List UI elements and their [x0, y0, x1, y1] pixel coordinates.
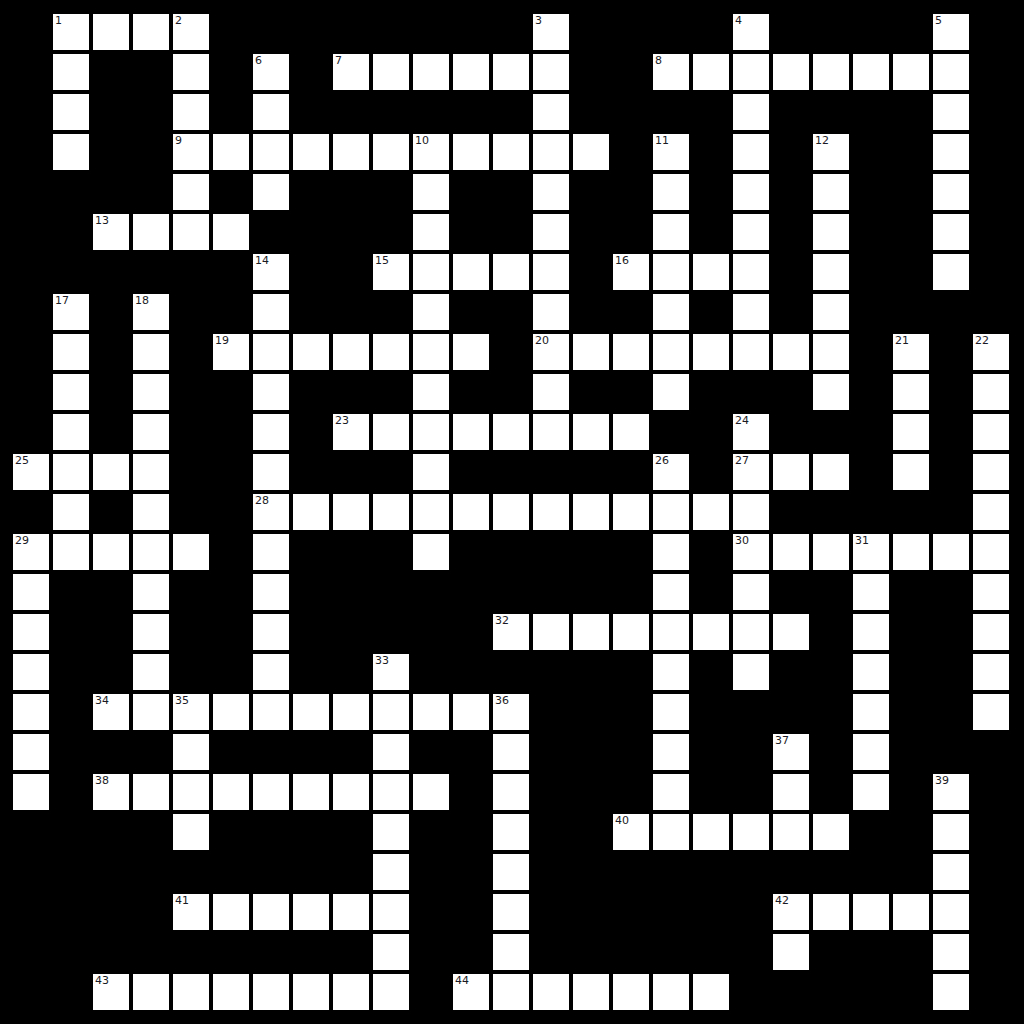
crossword-cell[interactable] — [131, 692, 171, 732]
crossword-cell[interactable] — [131, 972, 171, 1012]
crossword-cell[interactable] — [531, 292, 571, 332]
crossword-cell[interactable] — [51, 372, 91, 412]
crossword-cell[interactable] — [651, 292, 691, 332]
crossword-cell[interactable] — [451, 252, 491, 292]
crossword-cell[interactable] — [451, 412, 491, 452]
crossword-cell[interactable] — [491, 812, 531, 852]
crossword-cell[interactable] — [611, 412, 651, 452]
crossword-cell[interactable] — [411, 532, 451, 572]
crossword-cell[interactable] — [771, 612, 811, 652]
clue-number: 37 — [775, 734, 789, 747]
clue-number: 29 — [15, 534, 29, 547]
crossword-cell[interactable] — [451, 132, 491, 172]
crossword-cell[interactable] — [251, 92, 291, 132]
crossword-cell[interactable] — [411, 332, 451, 372]
crossword-cell[interactable] — [411, 252, 451, 292]
crossword-cell[interactable] — [691, 812, 731, 852]
crossword-cell[interactable] — [811, 292, 851, 332]
crossword-cell[interactable] — [931, 532, 971, 572]
clue-number: 38 — [95, 774, 109, 787]
crossword-cell[interactable]: 8 — [651, 52, 691, 92]
crossword-cell[interactable]: 9 — [171, 132, 211, 172]
crossword-cell[interactable] — [291, 892, 331, 932]
crossword-cell[interactable] — [371, 132, 411, 172]
crossword-cell[interactable] — [411, 412, 451, 452]
crossword-cell[interactable] — [811, 532, 851, 572]
crossword-cell[interactable] — [411, 492, 451, 532]
crossword-cell[interactable] — [131, 492, 171, 532]
crossword-cell[interactable] — [691, 52, 731, 92]
crossword-cell[interactable] — [931, 852, 971, 892]
crossword-cell[interactable] — [251, 612, 291, 652]
crossword-cell[interactable] — [691, 332, 731, 372]
crossword-cell[interactable] — [171, 212, 211, 252]
crossword-cell[interactable] — [971, 692, 1011, 732]
crossword-cell[interactable] — [211, 692, 251, 732]
crossword-cell[interactable]: 29 — [11, 532, 51, 572]
crossword-cell[interactable] — [931, 52, 971, 92]
crossword-cell[interactable]: 14 — [251, 252, 291, 292]
crossword-cell[interactable]: 28 — [251, 492, 291, 532]
crossword-cell[interactable] — [51, 452, 91, 492]
crossword-cell[interactable] — [531, 252, 571, 292]
crossword-cell[interactable] — [251, 892, 291, 932]
crossword-cell[interactable] — [851, 52, 891, 92]
crossword-cell[interactable]: 34 — [91, 692, 131, 732]
crossword-cell[interactable] — [131, 372, 171, 412]
crossword-cell[interactable] — [531, 172, 571, 212]
crossword-cell[interactable] — [891, 372, 931, 412]
crossword-cell[interactable] — [771, 532, 811, 572]
crossword-cell[interactable] — [851, 892, 891, 932]
crossword-cell[interactable] — [451, 692, 491, 732]
crossword-cell[interactable] — [531, 92, 571, 132]
crossword-cell[interactable]: 23 — [331, 412, 371, 452]
crossword-cell[interactable] — [51, 492, 91, 532]
crossword-cell[interactable] — [651, 212, 691, 252]
crossword-cell[interactable] — [971, 572, 1011, 612]
crossword-cell[interactable] — [291, 332, 331, 372]
crossword-cell[interactable] — [651, 492, 691, 532]
crossword-cell[interactable]: 35 — [171, 692, 211, 732]
crossword-cell[interactable] — [371, 412, 411, 452]
crossword-cell[interactable]: 33 — [371, 652, 411, 692]
crossword-cell[interactable] — [251, 372, 291, 412]
crossword-grid: 1234567891011121314151617181920212223242… — [11, 12, 1011, 1012]
crossword-cell[interactable] — [651, 252, 691, 292]
crossword-cell[interactable] — [531, 132, 571, 172]
crossword-cell[interactable] — [371, 812, 411, 852]
crossword-cell[interactable] — [811, 212, 851, 252]
clue-number: 11 — [655, 134, 669, 147]
crossword-cell[interactable] — [651, 612, 691, 652]
crossword-cell[interactable] — [371, 852, 411, 892]
crossword-cell[interactable] — [891, 412, 931, 452]
crossword-cell[interactable]: 43 — [91, 972, 131, 1012]
crossword-cell[interactable]: 3 — [531, 12, 571, 52]
crossword-cell[interactable] — [371, 492, 411, 532]
crossword-cell[interactable] — [531, 372, 571, 412]
crossword-cell[interactable] — [251, 452, 291, 492]
clue-number: 14 — [255, 254, 269, 267]
crossword-cell[interactable] — [731, 212, 771, 252]
crossword-cell[interactable] — [491, 732, 531, 772]
clue-number: 32 — [495, 614, 509, 627]
crossword-cell[interactable] — [811, 452, 851, 492]
crossword-cell[interactable] — [371, 972, 411, 1012]
crossword-cell[interactable] — [731, 92, 771, 132]
crossword-cell[interactable]: 22 — [971, 332, 1011, 372]
crossword-cell[interactable] — [411, 372, 451, 412]
crossword-cell[interactable] — [251, 652, 291, 692]
crossword-cell[interactable]: 39 — [931, 772, 971, 812]
crossword-cell[interactable] — [811, 372, 851, 412]
crossword-cell[interactable] — [371, 332, 411, 372]
crossword-cell[interactable] — [91, 532, 131, 572]
crossword-cell[interactable] — [971, 412, 1011, 452]
crossword-cell[interactable] — [851, 732, 891, 772]
crossword-cell[interactable] — [411, 172, 451, 212]
crossword-cell[interactable] — [891, 52, 931, 92]
crossword-cell[interactable] — [651, 812, 691, 852]
crossword-cell[interactable] — [371, 932, 411, 972]
crossword-cell[interactable] — [731, 812, 771, 852]
crossword-cell[interactable] — [731, 572, 771, 612]
crossword-cell[interactable] — [931, 892, 971, 932]
crossword-cell[interactable] — [291, 772, 331, 812]
crossword-cell[interactable] — [731, 52, 771, 92]
clue-number: 10 — [415, 134, 429, 147]
crossword-cell[interactable] — [971, 452, 1011, 492]
crossword-cell[interactable] — [491, 132, 531, 172]
crossword-cell[interactable] — [931, 932, 971, 972]
crossword-cell[interactable] — [891, 532, 931, 572]
crossword-cell[interactable] — [131, 532, 171, 572]
crossword-cell[interactable] — [251, 692, 291, 732]
crossword-cell[interactable] — [451, 52, 491, 92]
clue-number: 42 — [775, 894, 789, 907]
crossword-cell[interactable]: 30 — [731, 532, 771, 572]
crossword-cell[interactable]: 5 — [931, 12, 971, 52]
crossword-cell[interactable] — [491, 852, 531, 892]
crossword-cell[interactable] — [611, 972, 651, 1012]
crossword-cell[interactable] — [651, 692, 691, 732]
crossword-cell[interactable]: 2 — [171, 12, 211, 52]
crossword-cell[interactable] — [331, 332, 371, 372]
crossword-cell[interactable] — [411, 772, 451, 812]
crossword-cell[interactable] — [51, 532, 91, 572]
crossword-cell[interactable] — [971, 652, 1011, 692]
crossword-cell[interactable] — [771, 452, 811, 492]
crossword-cell[interactable] — [771, 932, 811, 972]
crossword-cell[interactable] — [491, 412, 531, 452]
crossword-cell[interactable] — [131, 452, 171, 492]
crossword-cell[interactable] — [171, 172, 211, 212]
crossword-cell[interactable]: 37 — [771, 732, 811, 772]
crossword-cell[interactable]: 44 — [451, 972, 491, 1012]
crossword-cell[interactable] — [771, 332, 811, 372]
crossword-cell[interactable] — [771, 52, 811, 92]
crossword-cell[interactable] — [571, 132, 611, 172]
crossword-cell[interactable] — [731, 332, 771, 372]
crossword-cell[interactable]: 15 — [371, 252, 411, 292]
crossword-cell[interactable] — [251, 772, 291, 812]
crossword-cell[interactable]: 31 — [851, 532, 891, 572]
crossword-cell[interactable] — [411, 692, 451, 732]
crossword-cell[interactable] — [851, 612, 891, 652]
crossword-cell[interactable] — [611, 332, 651, 372]
crossword-cell[interactable] — [851, 772, 891, 812]
crossword-cell[interactable]: 10 — [411, 132, 451, 172]
crossword-cell[interactable] — [131, 772, 171, 812]
crossword-cell[interactable] — [171, 532, 211, 572]
crossword-cell[interactable] — [971, 492, 1011, 532]
crossword-cell[interactable]: 26 — [651, 452, 691, 492]
clue-number: 24 — [735, 414, 749, 427]
crossword-cell[interactable] — [131, 12, 171, 52]
clue-number: 34 — [95, 694, 109, 707]
crossword-cell[interactable] — [651, 572, 691, 612]
crossword-cell[interactable] — [211, 132, 251, 172]
crossword-cell[interactable] — [571, 492, 611, 532]
crossword-cell[interactable] — [51, 412, 91, 452]
crossword-cell[interactable] — [331, 772, 371, 812]
crossword-cell[interactable] — [371, 732, 411, 772]
crossword-cell[interactable] — [11, 612, 51, 652]
clue-number: 39 — [935, 774, 949, 787]
crossword-cell[interactable] — [411, 52, 451, 92]
crossword-cell[interactable]: 4 — [731, 12, 771, 52]
crossword-cell[interactable] — [371, 52, 411, 92]
crossword-cell[interactable] — [731, 612, 771, 652]
crossword-cell[interactable]: 12 — [811, 132, 851, 172]
crossword-cell[interactable] — [171, 972, 211, 1012]
crossword-cell[interactable] — [811, 52, 851, 92]
crossword-cell[interactable]: 41 — [171, 892, 211, 932]
crossword-cell[interactable]: 36 — [491, 692, 531, 732]
crossword-cell[interactable] — [891, 892, 931, 932]
clue-number: 40 — [615, 814, 629, 827]
crossword-cell[interactable] — [51, 52, 91, 92]
crossword-cell[interactable]: 6 — [251, 52, 291, 92]
crossword-cell[interactable] — [651, 172, 691, 212]
crossword-cell[interactable] — [131, 332, 171, 372]
crossword-cell[interactable] — [811, 172, 851, 212]
clue-number: 5 — [935, 14, 942, 27]
crossword-cell[interactable] — [691, 492, 731, 532]
crossword-cell[interactable] — [51, 92, 91, 132]
crossword-cell[interactable] — [931, 132, 971, 172]
clue-number: 41 — [175, 894, 189, 907]
crossword-cell[interactable] — [611, 612, 651, 652]
crossword-cell[interactable] — [731, 172, 771, 212]
crossword-cell[interactable] — [91, 452, 131, 492]
crossword-cell[interactable] — [11, 772, 51, 812]
crossword-cell[interactable] — [931, 252, 971, 292]
crossword-cell[interactable] — [331, 892, 371, 932]
crossword-cell[interactable] — [811, 332, 851, 372]
crossword-cell[interactable] — [411, 212, 451, 252]
crossword-cell[interactable] — [11, 572, 51, 612]
crossword-cell[interactable] — [251, 332, 291, 372]
crossword-cell[interactable]: 17 — [51, 292, 91, 332]
crossword-cell[interactable] — [491, 252, 531, 292]
crossword-cell[interactable]: 38 — [91, 772, 131, 812]
crossword-cell[interactable] — [931, 172, 971, 212]
crossword-cell[interactable] — [691, 612, 731, 652]
crossword-cell[interactable] — [131, 212, 171, 252]
crossword-cell[interactable] — [451, 492, 491, 532]
crossword-cell[interactable] — [971, 612, 1011, 652]
crossword-cell[interactable] — [171, 52, 211, 92]
crossword-cell[interactable] — [411, 452, 451, 492]
crossword-cell[interactable] — [931, 212, 971, 252]
crossword-cell[interactable] — [491, 772, 531, 812]
crossword-cell[interactable]: 40 — [611, 812, 651, 852]
crossword-cell[interactable] — [891, 452, 931, 492]
crossword-cell[interactable] — [171, 772, 211, 812]
crossword-cell[interactable] — [331, 972, 371, 1012]
crossword-cell[interactable] — [971, 372, 1011, 412]
crossword-cell[interactable] — [291, 132, 331, 172]
crossword-cell[interactable]: 13 — [91, 212, 131, 252]
crossword-cell[interactable] — [491, 932, 531, 972]
crossword-cell[interactable] — [931, 972, 971, 1012]
crossword-cell[interactable] — [11, 652, 51, 692]
crossword-cell[interactable] — [491, 972, 531, 1012]
crossword-cell[interactable] — [371, 892, 411, 932]
crossword-cell[interactable] — [411, 292, 451, 332]
crossword-cell[interactable] — [331, 692, 371, 732]
crossword-cell[interactable] — [931, 92, 971, 132]
crossword-cell[interactable] — [331, 132, 371, 172]
crossword-cell[interactable] — [91, 12, 131, 52]
crossword-cell[interactable] — [491, 52, 531, 92]
crossword-cell[interactable] — [51, 332, 91, 372]
crossword-cell[interactable] — [211, 972, 251, 1012]
crossword-cell[interactable] — [611, 492, 651, 532]
crossword-cell[interactable] — [11, 732, 51, 772]
crossword-cell[interactable] — [491, 492, 531, 532]
crossword-cell[interactable] — [651, 732, 691, 772]
crossword-cell[interactable]: 11 — [651, 132, 691, 172]
crossword-cell[interactable] — [651, 372, 691, 412]
crossword-cell[interactable]: 20 — [531, 332, 571, 372]
crossword-cell[interactable]: 42 — [771, 892, 811, 932]
crossword-cell[interactable] — [211, 772, 251, 812]
crossword-cell[interactable]: 27 — [731, 452, 771, 492]
crossword-cell[interactable]: 7 — [331, 52, 371, 92]
crossword-cell[interactable] — [251, 412, 291, 452]
clue-number: 22 — [975, 334, 989, 347]
clue-number: 20 — [535, 334, 549, 347]
crossword-cell[interactable] — [731, 652, 771, 692]
crossword-cell[interactable] — [531, 972, 571, 1012]
clue-number: 8 — [655, 54, 662, 67]
crossword-cell[interactable] — [771, 812, 811, 852]
crossword-cell[interactable] — [531, 612, 571, 652]
clue-number: 25 — [15, 454, 29, 467]
crossword-cell[interactable] — [531, 412, 571, 452]
crossword-cell[interactable] — [291, 972, 331, 1012]
crossword-cell[interactable] — [371, 772, 411, 812]
crossword-cell[interactable] — [531, 212, 571, 252]
crossword-cell[interactable]: 24 — [731, 412, 771, 452]
crossword-cell[interactable] — [491, 892, 531, 932]
crossword-cell[interactable] — [811, 252, 851, 292]
crossword-cell[interactable] — [651, 332, 691, 372]
crossword-cell[interactable] — [51, 132, 91, 172]
crossword-cell[interactable] — [531, 492, 571, 532]
crossword-cell[interactable] — [131, 412, 171, 452]
crossword-cell[interactable] — [651, 972, 691, 1012]
crossword-cell[interactable] — [251, 532, 291, 572]
crossword-cell[interactable] — [731, 252, 771, 292]
crossword-cell[interactable] — [931, 812, 971, 852]
clue-number: 3 — [535, 14, 542, 27]
crossword-cell[interactable] — [811, 892, 851, 932]
crossword-cell[interactable] — [131, 652, 171, 692]
crossword-cell[interactable] — [651, 772, 691, 812]
crossword-cell[interactable] — [531, 52, 571, 92]
crossword-cell[interactable] — [731, 292, 771, 332]
crossword-cell[interactable] — [731, 492, 771, 532]
crossword-cell[interactable]: 25 — [11, 452, 51, 492]
crossword-cell[interactable] — [211, 212, 251, 252]
crossword-cell[interactable] — [571, 612, 611, 652]
crossword-cell[interactable] — [171, 92, 211, 132]
crossword-cell[interactable]: 32 — [491, 612, 531, 652]
crossword-cell[interactable] — [211, 892, 251, 932]
crossword-cell[interactable] — [731, 132, 771, 172]
crossword-cell[interactable]: 16 — [611, 252, 651, 292]
crossword-cell[interactable] — [131, 572, 171, 612]
crossword-cell[interactable] — [651, 652, 691, 692]
crossword-cell[interactable] — [251, 172, 291, 212]
crossword-cell[interactable] — [251, 292, 291, 332]
crossword-cell[interactable] — [691, 972, 731, 1012]
crossword-cell[interactable] — [331, 492, 371, 532]
crossword-cell[interactable] — [251, 132, 291, 172]
crossword-cell[interactable] — [171, 732, 211, 772]
crossword-cell[interactable] — [291, 692, 331, 732]
crossword-cell[interactable] — [851, 692, 891, 732]
crossword-cell[interactable]: 1 — [51, 12, 91, 52]
clue-number: 7 — [335, 54, 342, 67]
crossword-cell[interactable] — [251, 972, 291, 1012]
crossword-cell[interactable] — [691, 252, 731, 292]
crossword-cell[interactable]: 21 — [891, 332, 931, 372]
crossword-cell[interactable] — [451, 332, 491, 372]
crossword-cell[interactable] — [131, 612, 171, 652]
crossword-cell[interactable] — [851, 652, 891, 692]
crossword-cell[interactable] — [291, 492, 331, 532]
crossword-cell[interactable] — [251, 572, 291, 612]
crossword-cell[interactable] — [171, 812, 211, 852]
crossword-cell[interactable] — [811, 812, 851, 852]
crossword-cell[interactable] — [11, 692, 51, 732]
crossword-cell[interactable] — [571, 972, 611, 1012]
crossword-cell[interactable]: 18 — [131, 292, 171, 332]
crossword-cell[interactable] — [771, 772, 811, 812]
crossword-cell[interactable]: 19 — [211, 332, 251, 372]
crossword-cell[interactable] — [371, 692, 411, 732]
crossword-cell[interactable] — [651, 532, 691, 572]
crossword-cell[interactable] — [851, 572, 891, 612]
crossword-cell[interactable] — [971, 532, 1011, 572]
crossword-cell[interactable] — [571, 332, 611, 372]
crossword-cell[interactable] — [571, 412, 611, 452]
